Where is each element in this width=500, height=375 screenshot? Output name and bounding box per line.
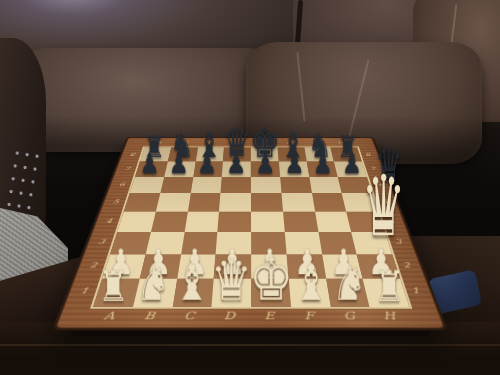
chess-board-wrap: ABCDEFGH ABCDEFGH 12345678 12345678 ♜♞♝♛… [100,61,400,361]
white-bishop-c1[interactable]: ♝ [174,260,211,306]
square-b7[interactable]: ♟ [164,161,195,176]
square-g4[interactable] [315,212,352,232]
white-bishop-f1[interactable]: ♝ [292,260,329,306]
square-d6[interactable] [221,177,251,194]
white-knight-g1[interactable]: ♞ [332,263,367,306]
square-c4[interactable] [184,212,219,232]
file-labels-bottom: ABCDEFGH [87,305,414,327]
white-rook-a1[interactable]: ♜ [98,267,129,306]
square-f7[interactable]: ♟ [279,161,309,176]
square-a1[interactable]: ♜ [93,279,139,307]
file-label-h: H [368,310,411,323]
square-d7[interactable]: ♟ [222,161,251,176]
file-label-f: F [289,310,330,323]
square-e7[interactable]: ♟ [251,161,280,176]
square-f4[interactable] [283,212,318,232]
black-pawn-f7[interactable]: ♟ [284,151,304,176]
black-pawn-e7[interactable]: ♟ [255,151,275,176]
square-c1[interactable]: ♝ [172,279,214,307]
square-g7[interactable]: ♟ [306,161,337,176]
square-e1[interactable]: ♚ [251,279,291,307]
square-g6[interactable] [309,177,342,194]
black-pawn-d7[interactable]: ♟ [226,151,246,176]
square-a7[interactable]: ♟ [135,161,168,176]
black-pawn-h7[interactable]: ♟ [342,151,362,176]
square-c6[interactable] [190,177,222,194]
scene: ABCDEFGH ABCDEFGH 12345678 12345678 ♜♞♝♛… [0,0,500,375]
square-d5[interactable] [219,193,251,211]
square-h1[interactable]: ♜ [363,279,409,307]
square-b1[interactable]: ♞ [133,279,177,307]
black-pawn-c7[interactable]: ♟ [197,151,217,176]
square-b5[interactable] [156,193,191,211]
black-pawn-a7[interactable]: ♟ [140,151,160,176]
square-a4[interactable] [117,212,155,232]
square-f1[interactable]: ♝ [288,279,330,307]
square-c5[interactable] [187,193,220,211]
file-label-e: E [250,310,290,323]
square-e6[interactable] [251,177,281,194]
black-pawn-g7[interactable]: ♟ [313,151,333,176]
square-d4[interactable] [218,212,251,232]
square-b6[interactable] [160,177,193,194]
file-label-c: C [169,310,210,323]
black-pawn-b7[interactable]: ♟ [169,151,189,176]
file-label-a: A [88,310,131,323]
square-e4[interactable] [251,212,284,232]
white-queen-d1[interactable]: ♛ [211,255,252,306]
square-g5[interactable] [312,193,347,211]
white-king-e1[interactable]: ♚ [249,251,293,306]
square-d1[interactable]: ♛ [212,279,252,307]
file-label-g: G [329,310,371,323]
square-f5[interactable] [281,193,314,211]
file-label-d: D [210,310,250,323]
square-f6[interactable] [280,177,312,194]
extra-white-queen[interactable]: ♛ [362,164,406,248]
square-a6[interactable] [130,177,164,194]
square-g1[interactable]: ♞ [326,279,370,307]
white-rook-h1[interactable]: ♜ [374,267,405,306]
square-b4[interactable] [151,212,188,232]
square-e5[interactable] [251,193,283,211]
white-knight-b1[interactable]: ♞ [135,263,170,306]
square-c7[interactable]: ♟ [193,161,223,176]
file-label-b: B [129,310,171,323]
square-a5[interactable] [124,193,160,211]
